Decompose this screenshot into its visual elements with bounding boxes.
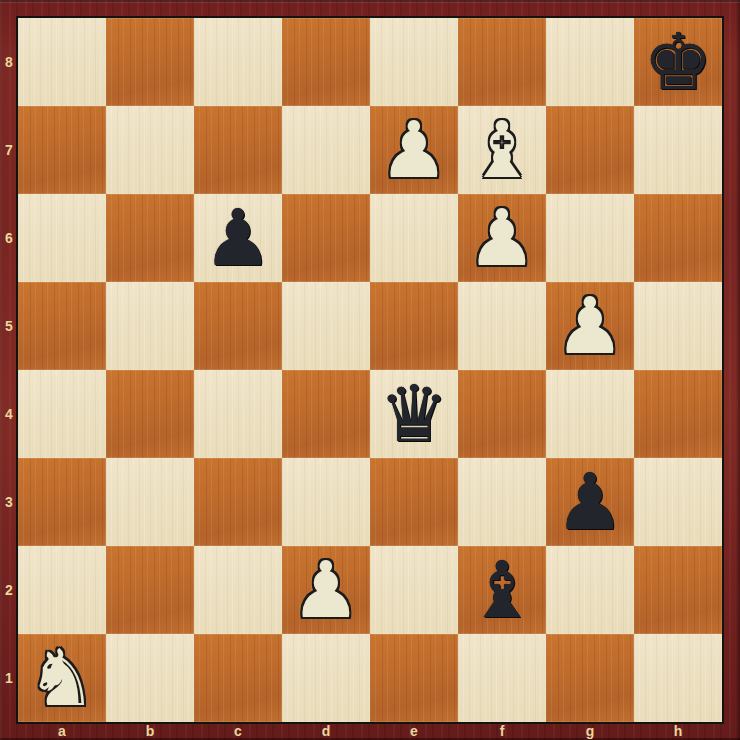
square-e3[interactable] xyxy=(370,458,458,546)
square-b4[interactable] xyxy=(106,370,194,458)
square-h7[interactable] xyxy=(634,106,722,194)
square-c3[interactable] xyxy=(194,458,282,546)
square-h3[interactable] xyxy=(634,458,722,546)
square-d1[interactable] xyxy=(282,634,370,722)
square-h8[interactable]: ♚ xyxy=(634,18,722,106)
square-f3[interactable] xyxy=(458,458,546,546)
piece-white-bishop-f7[interactable]: ♝ xyxy=(467,106,537,194)
square-d3[interactable] xyxy=(282,458,370,546)
file-label-h: h xyxy=(634,722,722,740)
square-a4[interactable] xyxy=(18,370,106,458)
square-b7[interactable] xyxy=(106,106,194,194)
rank-label-2: 2 xyxy=(0,546,18,634)
chess-board: ♚♟♝♟♟♟♛♟♟♝♞ xyxy=(18,18,722,722)
square-g1[interactable] xyxy=(546,634,634,722)
rank-label-6: 6 xyxy=(0,194,18,282)
piece-white-pawn-g5[interactable]: ♟ xyxy=(555,282,625,370)
square-a5[interactable] xyxy=(18,282,106,370)
square-h4[interactable] xyxy=(634,370,722,458)
rank-label-5: 5 xyxy=(0,282,18,370)
square-b8[interactable] xyxy=(106,18,194,106)
square-e1[interactable] xyxy=(370,634,458,722)
square-b1[interactable] xyxy=(106,634,194,722)
piece-black-pawn-g3[interactable]: ♟ xyxy=(555,458,625,546)
square-d5[interactable] xyxy=(282,282,370,370)
square-g4[interactable] xyxy=(546,370,634,458)
square-f2[interactable]: ♝ xyxy=(458,546,546,634)
file-label-a: a xyxy=(18,722,106,740)
chess-diagram: ♚♟♝♟♟♟♛♟♟♝♞ 87654321 abcdefgh xyxy=(0,0,740,740)
piece-white-pawn-e7[interactable]: ♟ xyxy=(379,106,449,194)
square-f8[interactable] xyxy=(458,18,546,106)
square-a6[interactable] xyxy=(18,194,106,282)
square-b5[interactable] xyxy=(106,282,194,370)
square-c2[interactable] xyxy=(194,546,282,634)
file-label-d: d xyxy=(282,722,370,740)
square-b2[interactable] xyxy=(106,546,194,634)
square-e6[interactable] xyxy=(370,194,458,282)
square-g7[interactable] xyxy=(546,106,634,194)
rank-label-1: 1 xyxy=(0,634,18,722)
square-g6[interactable] xyxy=(546,194,634,282)
square-d8[interactable] xyxy=(282,18,370,106)
square-h2[interactable] xyxy=(634,546,722,634)
square-g8[interactable] xyxy=(546,18,634,106)
file-label-f: f xyxy=(458,722,546,740)
square-d2[interactable]: ♟ xyxy=(282,546,370,634)
square-d7[interactable] xyxy=(282,106,370,194)
square-h6[interactable] xyxy=(634,194,722,282)
square-f6[interactable]: ♟ xyxy=(458,194,546,282)
square-c1[interactable] xyxy=(194,634,282,722)
square-b3[interactable] xyxy=(106,458,194,546)
rank-label-3: 3 xyxy=(0,458,18,546)
square-c5[interactable] xyxy=(194,282,282,370)
square-d6[interactable] xyxy=(282,194,370,282)
file-label-e: e xyxy=(370,722,458,740)
piece-black-king-h8[interactable]: ♚ xyxy=(643,18,713,106)
square-a3[interactable] xyxy=(18,458,106,546)
piece-black-pawn-c6[interactable]: ♟ xyxy=(203,194,273,282)
square-f4[interactable] xyxy=(458,370,546,458)
piece-white-knight-a1[interactable]: ♞ xyxy=(27,634,97,722)
file-coordinates: abcdefgh xyxy=(18,722,722,740)
square-a7[interactable] xyxy=(18,106,106,194)
square-e4[interactable]: ♛ xyxy=(370,370,458,458)
square-d4[interactable] xyxy=(282,370,370,458)
square-e7[interactable]: ♟ xyxy=(370,106,458,194)
square-a1[interactable]: ♞ xyxy=(18,634,106,722)
square-f5[interactable] xyxy=(458,282,546,370)
square-e5[interactable] xyxy=(370,282,458,370)
square-c4[interactable] xyxy=(194,370,282,458)
square-c7[interactable] xyxy=(194,106,282,194)
rank-label-8: 8 xyxy=(0,18,18,106)
square-b6[interactable] xyxy=(106,194,194,282)
square-c6[interactable]: ♟ xyxy=(194,194,282,282)
square-h1[interactable] xyxy=(634,634,722,722)
piece-black-bishop-f2[interactable]: ♝ xyxy=(467,546,537,634)
square-f7[interactable]: ♝ xyxy=(458,106,546,194)
square-c8[interactable] xyxy=(194,18,282,106)
square-h5[interactable] xyxy=(634,282,722,370)
square-a2[interactable] xyxy=(18,546,106,634)
square-g2[interactable] xyxy=(546,546,634,634)
square-f1[interactable] xyxy=(458,634,546,722)
file-label-g: g xyxy=(546,722,634,740)
piece-white-pawn-d2[interactable]: ♟ xyxy=(291,546,361,634)
file-label-c: c xyxy=(194,722,282,740)
square-e8[interactable] xyxy=(370,18,458,106)
square-g3[interactable]: ♟ xyxy=(546,458,634,546)
rank-label-4: 4 xyxy=(0,370,18,458)
piece-white-pawn-f6[interactable]: ♟ xyxy=(467,194,537,282)
square-a8[interactable] xyxy=(18,18,106,106)
rank-coordinates: 87654321 xyxy=(0,18,18,722)
piece-black-queen-e4[interactable]: ♛ xyxy=(379,370,449,458)
file-label-b: b xyxy=(106,722,194,740)
square-g5[interactable]: ♟ xyxy=(546,282,634,370)
square-e2[interactable] xyxy=(370,546,458,634)
rank-label-7: 7 xyxy=(0,106,18,194)
